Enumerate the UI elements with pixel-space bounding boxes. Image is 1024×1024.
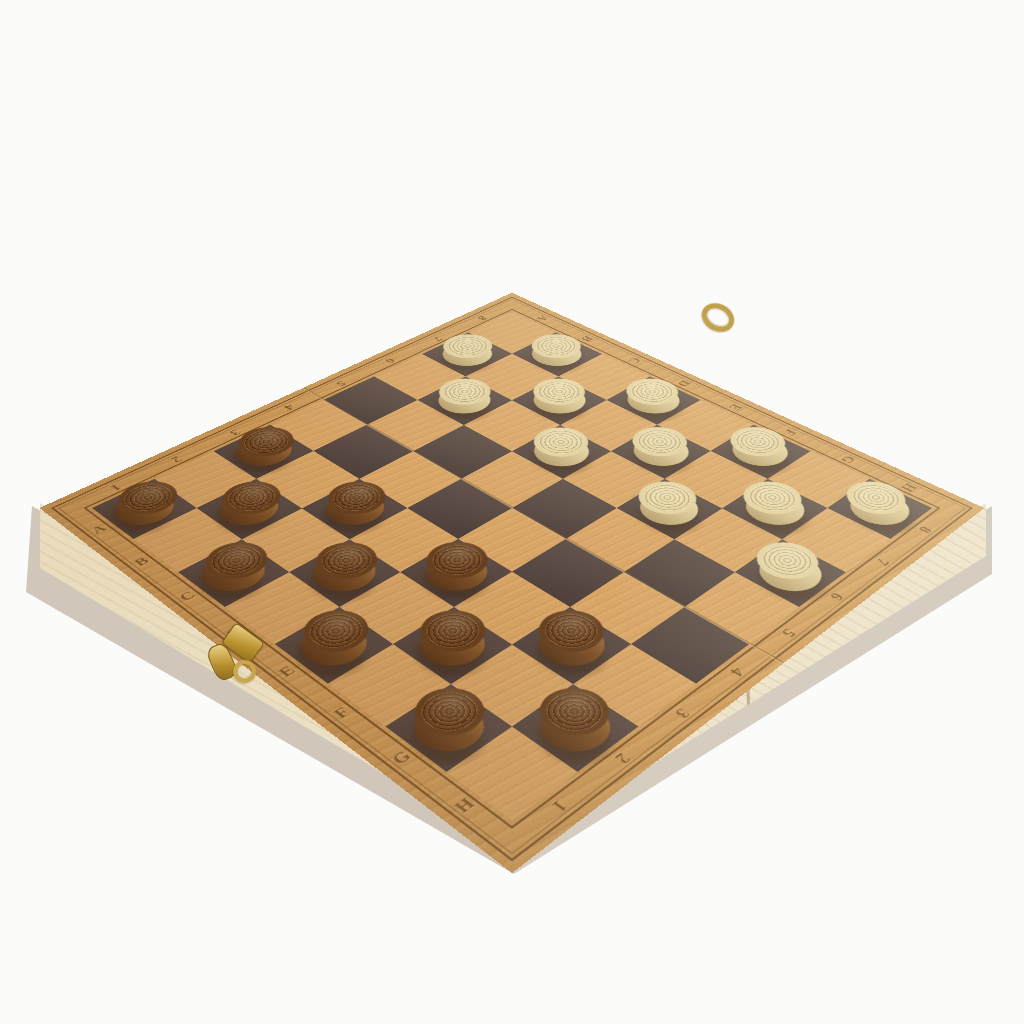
file-label-top-a: A xyxy=(533,314,552,323)
board-grid xyxy=(92,312,932,821)
rank-label-left-4: 4 xyxy=(280,403,297,412)
rank-label-right-4: 4 xyxy=(724,664,748,679)
rank-label-right-7: 7 xyxy=(870,556,893,569)
brass-clasp xyxy=(205,628,275,688)
brass-clasp-ring xyxy=(230,657,259,686)
file-label-bottom-a: A xyxy=(88,523,110,537)
file-label-bottom-e: E xyxy=(275,663,300,680)
rank-label-right-3: 3 xyxy=(669,705,694,722)
rank-label-left-8: 8 xyxy=(474,314,490,322)
rank-label-right-2: 2 xyxy=(610,749,636,767)
rank-label-left-6: 6 xyxy=(382,356,399,365)
rank-label-right-1: 1 xyxy=(546,796,572,815)
rank-label-right-6: 6 xyxy=(825,589,848,603)
file-label-top-c: C xyxy=(624,356,644,366)
file-label-top-b: B xyxy=(578,334,597,343)
file-label-top-g: G xyxy=(836,453,859,465)
rank-label-left-2: 2 xyxy=(168,454,186,465)
file-label-bottom-g: G xyxy=(387,748,416,769)
file-label-bottom-b: B xyxy=(131,555,153,569)
rank-label-right-8: 8 xyxy=(913,524,935,536)
rank-label-left-5: 5 xyxy=(332,379,349,388)
rank-label-right-5: 5 xyxy=(776,626,800,640)
board-face: AABBCCDDEEFFGGHH1122334455667788 xyxy=(40,293,985,873)
file-label-bottom-h: H xyxy=(450,795,480,817)
file-label-bottom-f: F xyxy=(330,705,355,723)
product-photo: AABBCCDDEEFFGGHH1122334455667788 xyxy=(0,0,1024,1024)
checkers-board: AABBCCDDEEFFGGHH1122334455667788 xyxy=(40,293,985,873)
file-label-top-e: E xyxy=(725,402,746,412)
brass-catch-loop-icon xyxy=(697,298,740,338)
file-label-bottom-c: C xyxy=(176,589,200,604)
